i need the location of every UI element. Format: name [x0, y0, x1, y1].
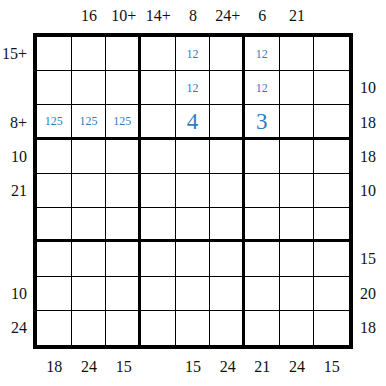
cell-r9c5[interactable]	[176, 311, 211, 345]
cell-r1c2[interactable]	[72, 37, 107, 71]
cell-r8c4[interactable]	[141, 277, 176, 311]
cell-r6c9[interactable]	[314, 208, 349, 242]
cell-r2c8[interactable]	[280, 71, 315, 105]
bottom-clues: 1824151524212415	[37, 352, 349, 382]
clue-left-5: 21	[0, 174, 31, 208]
cell-r3c8[interactable]	[280, 105, 315, 139]
clue-bottom-5: 15	[176, 352, 211, 382]
cell-r3c3[interactable]: 125	[106, 105, 141, 139]
cell-r4c1[interactable]	[37, 140, 72, 174]
cell-r7c3[interactable]	[106, 242, 141, 276]
cell-r9c3[interactable]	[106, 311, 141, 345]
clue-bottom-4	[141, 352, 176, 382]
cell-r1c6[interactable]	[210, 37, 245, 71]
clue-left-9: 24	[0, 311, 31, 345]
cell-r8c5[interactable]	[176, 277, 211, 311]
clue-bottom-3: 15	[106, 352, 141, 382]
cell-r2c3[interactable]	[106, 71, 141, 105]
clue-top-4: 14+	[141, 2, 176, 30]
cell-r7c9[interactable]	[314, 242, 349, 276]
cell-r2c7[interactable]: 12	[245, 71, 280, 105]
cell-r6c7[interactable]	[245, 208, 280, 242]
cell-r9c7[interactable]	[245, 311, 280, 345]
cell-r3c4[interactable]	[141, 105, 176, 139]
clue-bottom-9: 15	[314, 352, 349, 382]
cell-r2c6[interactable]	[210, 71, 245, 105]
cell-r8c3[interactable]	[106, 277, 141, 311]
cell-r7c5[interactable]	[176, 242, 211, 276]
cell-r4c4[interactable]	[141, 140, 176, 174]
cell-r5c2[interactable]	[72, 174, 107, 208]
pencilmarks: 12	[256, 48, 268, 60]
clue-top-2: 16	[72, 2, 107, 30]
clue-top-8: 21	[280, 2, 315, 30]
cell-r2c4[interactable]	[141, 71, 176, 105]
cell-r6c8[interactable]	[280, 208, 315, 242]
clue-top-6: 24+	[210, 2, 245, 30]
pencilmarks: 12	[186, 82, 198, 94]
cell-r9c1[interactable]	[37, 311, 72, 345]
cell-r4c8[interactable]	[280, 140, 315, 174]
cell-r4c7[interactable]	[245, 140, 280, 174]
clue-bottom-2: 24	[72, 352, 107, 382]
cell-r9c2[interactable]	[72, 311, 107, 345]
cell-r6c1[interactable]	[37, 208, 72, 242]
clue-left-7	[0, 242, 31, 276]
cell-r9c4[interactable]	[141, 311, 176, 345]
clue-bottom-1: 18	[37, 352, 72, 382]
clue-right-7: 15	[355, 242, 386, 276]
cell-r1c4[interactable]	[141, 37, 176, 71]
clue-right-5: 10	[355, 174, 386, 208]
cell-r1c5[interactable]: 12	[176, 37, 211, 71]
right-clues: 10181810152018	[355, 37, 386, 345]
cell-r8c7[interactable]	[245, 277, 280, 311]
left-clues: 15+8+10211024	[0, 37, 31, 345]
clue-bottom-8: 24	[280, 352, 315, 382]
clue-top-9	[314, 2, 349, 30]
clue-right-8: 20	[355, 277, 386, 311]
clue-top-5: 8	[176, 2, 211, 30]
cell-r7c2[interactable]	[72, 242, 107, 276]
clue-top-7: 6	[245, 2, 280, 30]
clue-left-6	[0, 208, 31, 242]
cell-r2c2[interactable]	[72, 71, 107, 105]
cell-r5c3[interactable]	[106, 174, 141, 208]
cell-r8c1[interactable]	[37, 277, 72, 311]
clue-right-4: 18	[355, 140, 386, 174]
cell-r5c9[interactable]	[314, 174, 349, 208]
cell-r2c5[interactable]: 12	[176, 71, 211, 105]
pencilmarks: 125	[113, 115, 131, 127]
clue-bottom-7: 21	[245, 352, 280, 382]
clue-top-1	[37, 2, 72, 30]
cell-r8c9[interactable]	[314, 277, 349, 311]
cell-r4c2[interactable]	[72, 140, 107, 174]
cell-r6c2[interactable]	[72, 208, 107, 242]
cell-r9c6[interactable]	[210, 311, 245, 345]
clue-top-3: 10+	[106, 2, 141, 30]
cell-r1c7[interactable]: 12	[245, 37, 280, 71]
cell-r4c3[interactable]	[106, 140, 141, 174]
pencilmarks: 125	[79, 115, 97, 127]
clue-left-1: 15+	[0, 37, 31, 71]
clue-right-3: 18	[355, 105, 386, 139]
cell-r3c1[interactable]: 125	[37, 105, 72, 139]
cell-r7c7[interactable]	[245, 242, 280, 276]
pencilmarks: 12	[256, 82, 268, 94]
cell-r3c9[interactable]	[314, 105, 349, 139]
cell-r6c4[interactable]	[141, 208, 176, 242]
cell-r8c6[interactable]	[210, 277, 245, 311]
board: 1212121212512512543	[33, 33, 353, 349]
cell-r7c4[interactable]	[141, 242, 176, 276]
cell-r3c2[interactable]: 125	[72, 105, 107, 139]
clue-right-2: 10	[355, 71, 386, 105]
cell-r9c8[interactable]	[280, 311, 315, 345]
cell-r5c8[interactable]	[280, 174, 315, 208]
cell-r2c9[interactable]	[314, 71, 349, 105]
cell-r5c1[interactable]	[37, 174, 72, 208]
cell-r6c5[interactable]	[176, 208, 211, 242]
cell-r1c9[interactable]	[314, 37, 349, 71]
cell-r5c5[interactable]	[176, 174, 211, 208]
cell-r2c1[interactable]	[37, 71, 72, 105]
cell-r8c8[interactable]	[280, 277, 315, 311]
cell-r7c6[interactable]	[210, 242, 245, 276]
cell-r5c4[interactable]	[141, 174, 176, 208]
clue-bottom-6: 24	[210, 352, 245, 382]
clue-right-1	[355, 37, 386, 71]
cell-r9c9[interactable]	[314, 311, 349, 345]
cell-r3c5[interactable]: 4	[176, 105, 211, 139]
cell-r3c6[interactable]	[210, 105, 245, 139]
placed-digit: 4	[187, 110, 199, 133]
clue-right-6	[355, 208, 386, 242]
cell-r8c2[interactable]	[72, 277, 107, 311]
cell-r3c7[interactable]: 3	[245, 105, 280, 139]
cell-r5c7[interactable]	[245, 174, 280, 208]
clue-left-2	[0, 71, 31, 105]
clue-left-8: 10	[0, 277, 31, 311]
clue-right-9: 18	[355, 311, 386, 345]
cell-r7c1[interactable]	[37, 242, 72, 276]
cell-r4c6[interactable]	[210, 140, 245, 174]
clue-left-3: 8+	[0, 105, 31, 139]
cell-r5c6[interactable]	[210, 174, 245, 208]
cell-r7c8[interactable]	[280, 242, 315, 276]
cell-r1c8[interactable]	[280, 37, 315, 71]
cell-r1c1[interactable]	[37, 37, 72, 71]
cell-r6c6[interactable]	[210, 208, 245, 242]
cell-r4c9[interactable]	[314, 140, 349, 174]
cell-r1c3[interactable]	[106, 37, 141, 71]
placed-digit: 3	[256, 110, 268, 133]
top-clues: 1610+14+824+621	[37, 2, 349, 30]
cell-r6c3[interactable]	[106, 208, 141, 242]
frame-sudoku-puzzle: 1610+14+824+621 15+8+10211024 1018181015…	[0, 0, 386, 386]
pencilmarks: 12	[186, 48, 198, 60]
clue-left-4: 10	[0, 140, 31, 174]
pencilmarks: 125	[45, 115, 63, 127]
cell-r4c5[interactable]	[176, 140, 211, 174]
